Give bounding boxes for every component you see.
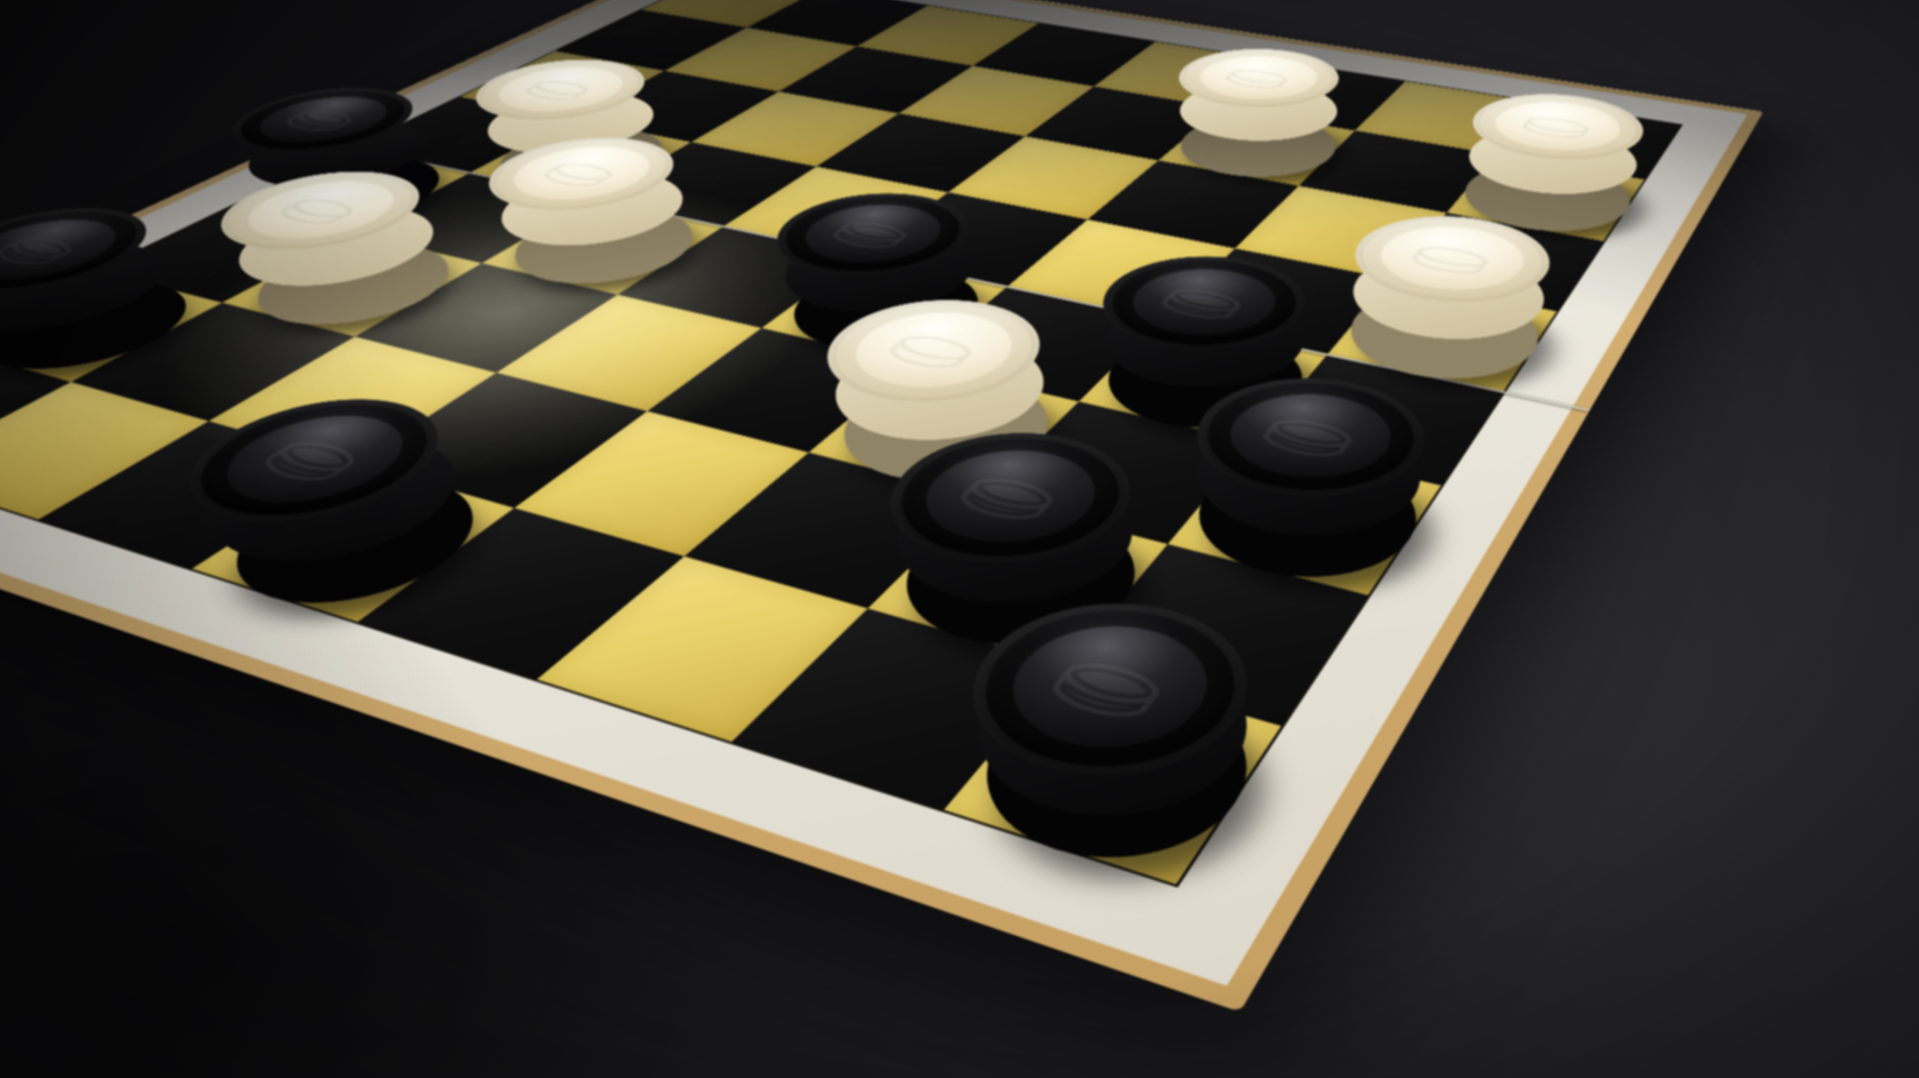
photo-scene: ⛂⛂⛂⛂⛂⛂⛂⛂⛀⛀⛀⛀⛀⛀⛀ Checkers (draughts) Rows…	[0, 0, 1919, 1078]
checkers-board: ⛂⛂⛂⛂⛂⛂⛂⛂⛀⛀⛀⛀⛀⛀⛀	[0, 0, 1763, 1012]
board-photo-area: ⛂⛂⛂⛂⛂⛂⛂⛂⛀⛀⛀⛀⛀⛀⛀	[0, 0, 1919, 1078]
black-draughts-man-glyph: ⛂	[0, 223, 110, 276]
black-draughts-man-glyph: ⛂	[265, 99, 382, 139]
